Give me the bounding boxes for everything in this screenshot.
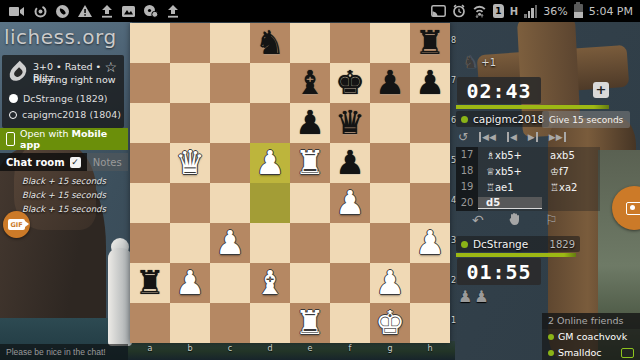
white-player-name: DcStrange (1829)	[23, 93, 108, 104]
friend-name: Smalldoc	[558, 347, 601, 359]
black-player-header[interactable]: capigmc2018	[456, 111, 549, 127]
square-g8[interactable]	[370, 23, 410, 63]
square-e4[interactable]	[290, 183, 330, 223]
square-b8[interactable]	[170, 23, 210, 63]
material-count: +1	[481, 57, 496, 68]
square-a8[interactable]	[130, 23, 170, 63]
square-a5[interactable]	[130, 143, 170, 183]
online-dot	[461, 116, 468, 123]
chat-header: Chat room ✓ Notes	[0, 153, 128, 171]
square-h7[interactable]: ♟	[410, 63, 450, 103]
black-pawn[interactable]: ♟	[375, 63, 405, 103]
online-dot	[461, 241, 468, 248]
left-sidebar: lichess.org 3+0 • Rated • Blitz Playing …	[0, 22, 128, 360]
tab-notes[interactable]: Notes	[87, 153, 128, 171]
square-f3[interactable]	[330, 223, 370, 263]
square-b7[interactable]	[170, 63, 210, 103]
move-list: 17♗xb5+axb518♕xb5+♔f719♖ae1♖xa220d5	[456, 147, 600, 211]
white-pawn[interactable]: ♟	[375, 263, 405, 303]
square-d7[interactable]	[250, 63, 290, 103]
online-dot	[548, 350, 554, 356]
square-g6[interactable]	[370, 103, 410, 143]
white-pawn[interactable]: ♟	[175, 263, 205, 303]
square-c5[interactable]	[210, 143, 250, 183]
square-f2[interactable]	[330, 263, 370, 303]
alarm-clock-icon	[452, 4, 466, 18]
white-king[interactable]: ♚	[375, 303, 405, 343]
network-type: H	[510, 6, 518, 17]
file-label-a: a	[130, 344, 170, 353]
bookmark-star-icon[interactable]: ☆	[104, 59, 117, 75]
captured-pawn-icon: ♟	[458, 287, 472, 306]
square-c4[interactable]	[210, 183, 250, 223]
sim-number: 1	[495, 6, 501, 16]
white-player-row[interactable]: DcStrange (1829)	[9, 93, 108, 104]
photo-camera-icon	[626, 202, 640, 215]
square-g1[interactable]: ♚	[370, 303, 410, 343]
square-h4[interactable]	[410, 183, 450, 223]
square-h5[interactable]	[410, 143, 450, 183]
gif-record-button[interactable]: GIF	[3, 211, 30, 238]
square-c7[interactable]	[210, 63, 250, 103]
tab-chat-room[interactable]: Chat room ✓	[0, 153, 87, 171]
friend-row[interactable]: GM coachvovk	[542, 329, 640, 345]
square-f4[interactable]: ♟	[330, 183, 370, 223]
offer-draw-hand-icon[interactable]	[508, 212, 521, 227]
white-rook[interactable]: ♜	[295, 303, 325, 343]
sim-card-icon: 1	[493, 4, 504, 18]
square-f6[interactable]: ♛	[330, 103, 370, 143]
white-queen[interactable]: ♛	[175, 143, 205, 183]
next-move-icon[interactable]: ▶	[528, 132, 538, 142]
game-actions: ↶ ⚐	[472, 212, 592, 227]
square-e8[interactable]	[290, 23, 330, 63]
square-d6[interactable]	[250, 103, 290, 143]
first-move-icon[interactable]: ◀◀	[479, 132, 496, 142]
square-a2[interactable]: ♜	[130, 263, 170, 303]
square-f7[interactable]: ♚	[330, 63, 370, 103]
right-sidebar: ♞ +1 02:43 + capigmc2018 Give 15 seconds…	[452, 22, 640, 360]
square-c6[interactable]	[210, 103, 250, 143]
file-label-e: e	[290, 344, 330, 353]
file-label-f: f	[330, 344, 370, 353]
white-clock: 01:55	[457, 258, 541, 285]
file-label-b: b	[170, 344, 210, 353]
white-pawn[interactable]: ♟	[255, 143, 285, 183]
square-c1[interactable]	[210, 303, 250, 343]
white-player-username: DcStrange	[473, 238, 528, 250]
move-number: 17	[456, 147, 478, 163]
square-d5[interactable]: ♟	[250, 143, 290, 183]
black-queen[interactable]: ♛	[335, 103, 365, 143]
battery-percent: 36%	[543, 5, 567, 18]
upload-icon	[101, 5, 113, 18]
square-d2[interactable]: ♝	[250, 263, 290, 303]
square-g4[interactable]	[370, 183, 410, 223]
chat-input[interactable]	[0, 344, 128, 360]
black-player-name: capigmc2018 (1804)	[22, 109, 121, 120]
square-f8[interactable]	[330, 23, 370, 63]
square-e3[interactable]	[290, 223, 330, 263]
square-a6[interactable]	[130, 103, 170, 143]
square-e2[interactable]	[290, 263, 330, 303]
black-pawn[interactable]: ♟	[295, 103, 325, 143]
white-pawn[interactable]: ♟	[335, 183, 365, 223]
last-move-icon[interactable]: ▶▶	[549, 132, 566, 142]
white-pawn[interactable]: ♟	[415, 223, 445, 263]
white-color-icon	[9, 94, 18, 103]
mobile-banner-prefix: Open with	[20, 128, 72, 139]
square-f1[interactable]	[330, 303, 370, 343]
chat-tab-label: Chat room	[6, 157, 65, 168]
move-white[interactable]: d5	[478, 197, 542, 209]
game-info-box: 3+0 • Rated • Blitz Playing right now ☆ …	[2, 55, 124, 128]
move-white[interactable]: ♖ae1	[478, 182, 542, 193]
move-white[interactable]: ♕xb5+	[478, 166, 542, 177]
square-g3[interactable]	[370, 223, 410, 263]
file-label-h: h	[410, 344, 450, 353]
disc-icon	[144, 5, 158, 18]
upload-icon-2	[167, 5, 179, 18]
square-c2[interactable]	[210, 263, 250, 303]
camcorder-icon	[9, 6, 25, 17]
move-navigation: ↺ ◀◀ ◀ ▶ ▶▶	[458, 130, 578, 144]
white-player-header[interactable]: DcStrange 1829	[456, 236, 580, 252]
black-player-username: capigmc2018	[473, 113, 544, 125]
android-status-bar: 1 H 36% 5:04 PM	[0, 0, 640, 22]
square-h3[interactable]: ♟	[410, 223, 450, 263]
black-bishop[interactable]: ♝	[295, 63, 325, 103]
file-label-c: c	[210, 344, 250, 353]
black-player-row[interactable]: capigmc2018 (1804)	[9, 109, 121, 120]
data-usage-icon	[34, 5, 47, 18]
square-h8[interactable]: ♜	[410, 23, 450, 63]
flip-board-icon[interactable]: ↺	[458, 130, 468, 144]
square-b6[interactable]	[170, 103, 210, 143]
black-clock: 02:43	[457, 77, 541, 104]
square-b5[interactable]: ♛	[170, 143, 210, 183]
tv-icon[interactable]	[621, 348, 634, 358]
site-title[interactable]: lichess.org	[0, 22, 128, 53]
add-time-button[interactable]: +	[593, 82, 609, 98]
square-g7[interactable]: ♟	[370, 63, 410, 103]
square-e6[interactable]: ♟	[290, 103, 330, 143]
square-f5[interactable]: ♟	[330, 143, 370, 183]
game-status: Playing right now	[33, 74, 115, 85]
white-time-bar	[456, 253, 576, 257]
move-number: 19	[456, 179, 478, 195]
white-rook[interactable]: ♜	[295, 143, 325, 183]
file-label-g: g	[370, 344, 410, 353]
clock-time: 5:04 PM	[589, 5, 633, 18]
square-d4[interactable]	[250, 183, 290, 223]
black-pawn[interactable]: ♟	[335, 143, 365, 183]
black-king[interactable]: ♚	[335, 63, 365, 103]
chat-toggle-checkbox[interactable]: ✓	[70, 157, 81, 168]
chat-messages: Black + 15 secondsBlack + 15 secondsBlac…	[0, 174, 128, 216]
friend-name: GM coachvovk	[558, 331, 627, 343]
chat-message: Black + 15 seconds	[0, 174, 128, 188]
black-pawn[interactable]: ♟	[415, 63, 445, 103]
square-b4[interactable]	[170, 183, 210, 223]
chess-board[interactable]: ♞♜♝♚♟♟♟♛♛♟♜♟♟♟♟♜♟♝♟♜♚	[130, 23, 450, 343]
square-c8[interactable]	[210, 23, 250, 63]
gif-camera-icon: GIF	[8, 219, 24, 230]
chat-message: Black + 15 seconds	[0, 188, 128, 202]
blitz-flame-icon	[6, 61, 29, 84]
square-h6[interactable]	[410, 103, 450, 143]
move-number: 18	[456, 163, 478, 179]
online-dot	[548, 334, 554, 340]
square-e1[interactable]: ♜	[290, 303, 330, 343]
battery-icon	[574, 4, 583, 18]
captured-pawn-icon: ♟	[474, 287, 488, 306]
square-a1[interactable]	[130, 303, 170, 343]
square-d1[interactable]	[250, 303, 290, 343]
wifi-icon	[472, 4, 487, 18]
takeback-icon[interactable]: ↶	[472, 213, 484, 227]
black-rook[interactable]: ♜	[135, 263, 165, 303]
open-mobile-app-banner[interactable]: Open with Mobile app	[0, 128, 128, 150]
friend-row[interactable]: Smalldoc	[542, 345, 640, 360]
black-color-icon	[9, 111, 17, 119]
captured-knight-icon: ♞	[463, 52, 478, 72]
square-b3[interactable]	[170, 223, 210, 263]
previous-move-icon[interactable]: ◀	[507, 132, 517, 142]
square-h1[interactable]	[410, 303, 450, 343]
white-pawn[interactable]: ♟	[215, 223, 245, 263]
square-d3[interactable]	[250, 223, 290, 263]
black-time-bar	[456, 105, 609, 109]
square-g2[interactable]: ♟	[370, 263, 410, 303]
square-c3[interactable]: ♟	[210, 223, 250, 263]
move-black[interactable]: ♔f7	[542, 166, 600, 177]
give-time-button[interactable]: Give 15 seconds	[542, 111, 630, 128]
move-white[interactable]: ♗xb5+	[478, 150, 542, 161]
captured-pieces-tray: ♟♟	[458, 287, 489, 306]
material-advantage: ♞ +1	[463, 52, 496, 72]
resign-flag-icon[interactable]: ⚐	[545, 213, 558, 227]
move-black[interactable]: axb5	[542, 150, 600, 161]
square-d8[interactable]: ♞	[250, 23, 290, 63]
white-bishop[interactable]: ♝	[255, 263, 285, 303]
gallery-icon	[122, 6, 135, 17]
warning-icon	[78, 5, 92, 17]
move-black[interactable]: ♖xa2	[542, 182, 600, 193]
square-a4[interactable]	[130, 183, 170, 223]
square-b1[interactable]	[170, 303, 210, 343]
square-a3[interactable]	[130, 223, 170, 263]
square-b2[interactable]: ♟	[170, 263, 210, 303]
square-e7[interactable]: ♝	[290, 63, 330, 103]
friends-header: 2 Online friends	[542, 313, 640, 329]
online-friends-box: 2 Online friends GM coachvovkSmalldoc	[542, 313, 640, 360]
square-e5[interactable]: ♜	[290, 143, 330, 183]
square-h2[interactable]	[410, 263, 450, 303]
black-rook[interactable]: ♜	[415, 23, 445, 63]
move-number: 20	[456, 195, 478, 211]
phone-icon	[56, 5, 69, 18]
signal-bars-icon	[524, 5, 537, 18]
phone-outline-icon	[6, 132, 15, 146]
white-player-rating: 1829	[550, 239, 575, 250]
cast-icon	[431, 5, 446, 17]
file-label-d: d	[250, 344, 290, 353]
square-g5[interactable]	[370, 143, 410, 183]
gif-screenshot-button[interactable]	[612, 186, 640, 230]
black-knight[interactable]: ♞	[255, 23, 285, 63]
square-a7[interactable]	[130, 63, 170, 103]
